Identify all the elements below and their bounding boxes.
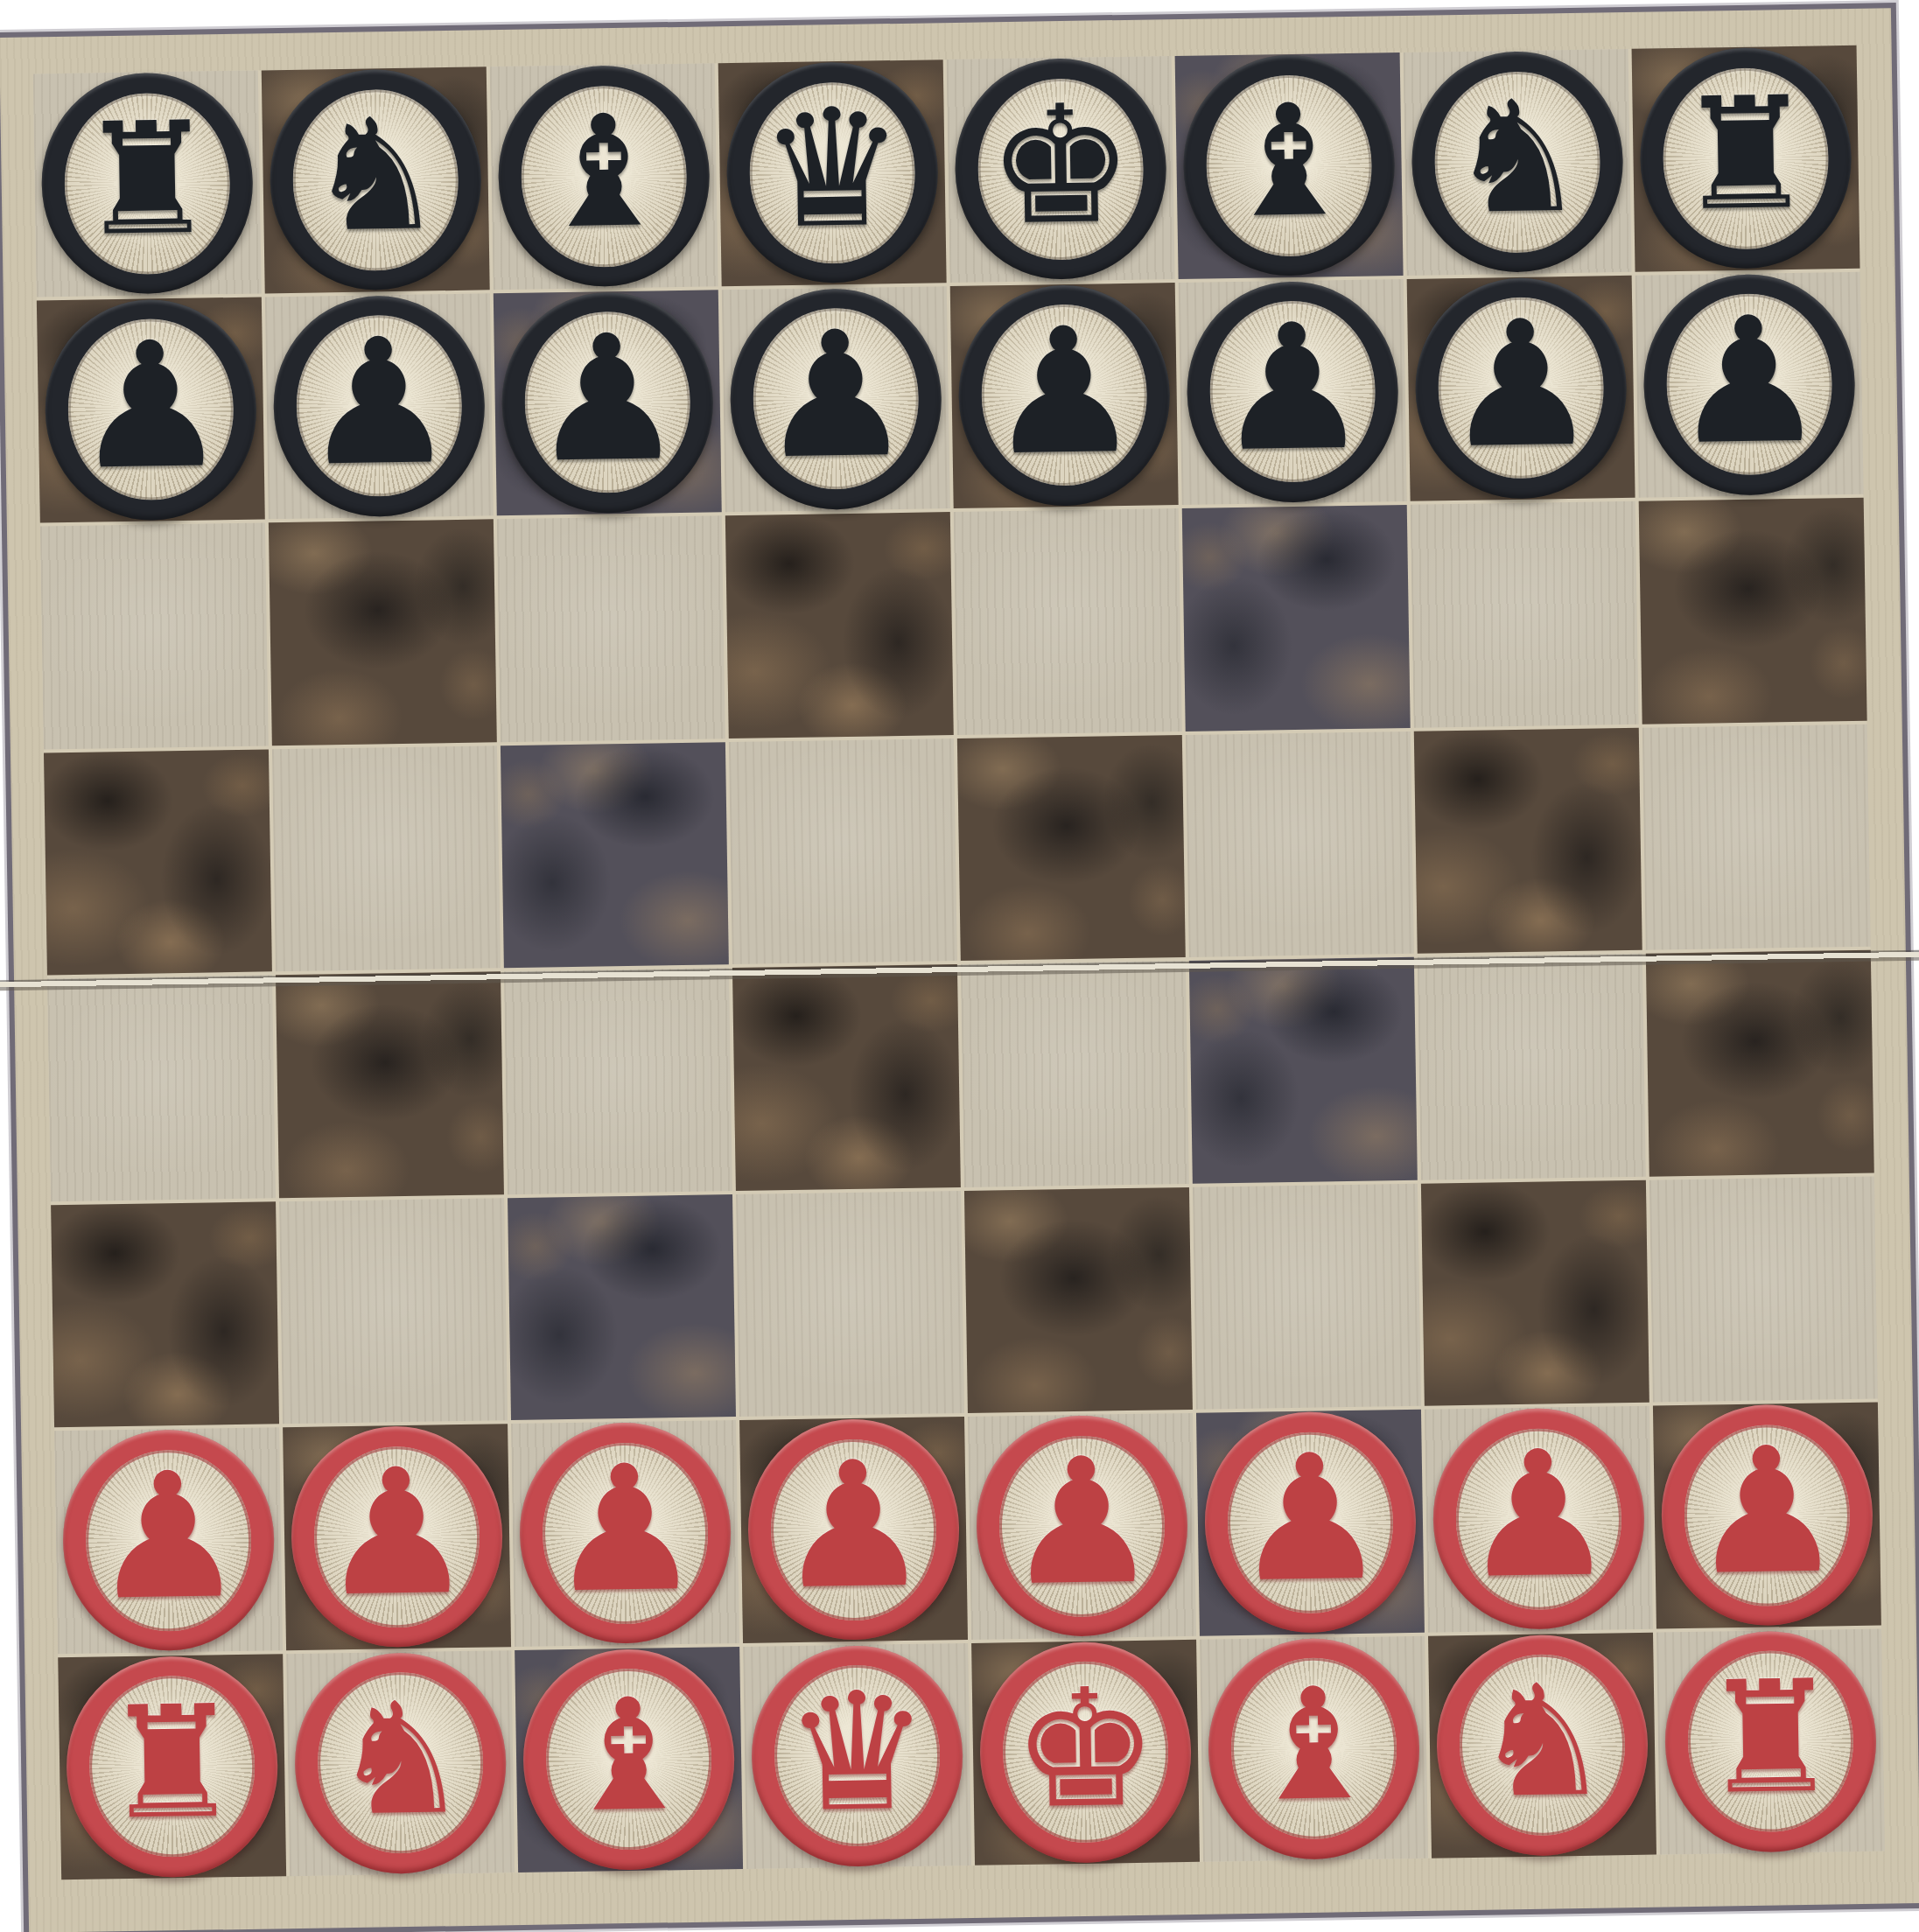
square-h4[interactable] [1646, 950, 1874, 1177]
piece-black-pawn[interactable]: ♟ [272, 294, 487, 518]
red-queen-icon: ♛ [783, 1669, 932, 1835]
disc-sunburst-face: ♜ [1687, 1650, 1855, 1834]
square-b3[interactable] [279, 1198, 508, 1424]
square-a8[interactable]: ♜ [33, 70, 262, 297]
piece-black-pawn[interactable]: ♟ [956, 283, 1172, 507]
disc-sunburst-face: ♟ [980, 304, 1148, 487]
piece-red-rook[interactable]: ♜ [1663, 1629, 1879, 1853]
photo-background: ♜♞♝♛♚♝♞♜♟♟♟♟♟♟♟♟♟♟♟♟♟♟♟♟♜♞♝♛♚♝♞♜ [0, 0, 1919, 1932]
square-e5[interactable] [957, 734, 1186, 961]
square-a2[interactable]: ♟ [54, 1427, 283, 1654]
square-b8[interactable]: ♞ [262, 66, 490, 293]
piece-red-king[interactable]: ♚ [978, 1641, 1194, 1865]
piece-black-pawn[interactable]: ♟ [500, 290, 715, 514]
disc-sunburst-face: ♟ [1227, 1431, 1395, 1614]
square-g5[interactable] [1414, 727, 1642, 954]
square-f5[interactable] [1186, 731, 1414, 957]
red-rook-icon: ♜ [102, 1685, 242, 1841]
square-d5[interactable] [729, 738, 957, 965]
piece-red-bishop[interactable]: ♝ [522, 1648, 737, 1872]
piece-black-king[interactable]: ♚ [953, 57, 1168, 281]
disc-sunburst-face: ♞ [1459, 1654, 1627, 1837]
disc-sunburst-face: ♞ [1433, 70, 1601, 254]
red-pawn-icon: ♟ [774, 1438, 933, 1614]
square-b4[interactable] [276, 971, 504, 1198]
red-pawn-icon: ♟ [318, 1445, 476, 1621]
square-d4[interactable] [732, 964, 961, 1191]
square-h6[interactable] [1639, 498, 1867, 724]
square-b5[interactable] [272, 745, 501, 972]
black-pawn-icon: ♟ [1670, 293, 1829, 469]
red-pawn-icon: ♟ [1003, 1435, 1161, 1611]
disc-sunburst-face: ♟ [752, 307, 920, 491]
black-knight-icon: ♞ [305, 98, 446, 254]
disc-sunburst-face: ♟ [85, 1449, 253, 1633]
black-pawn-icon: ♟ [985, 304, 1144, 479]
piece-red-pawn[interactable]: ♟ [1203, 1410, 1418, 1634]
piece-black-bishop[interactable]: ♝ [1181, 53, 1397, 277]
square-g7[interactable]: ♟ [1407, 275, 1635, 501]
disc-sunburst-face: ♜ [63, 92, 231, 276]
disc-sunburst-face: ♟ [1437, 297, 1605, 480]
disc-sunburst-face: ♝ [1230, 1657, 1398, 1841]
square-h7[interactable]: ♟ [1635, 271, 1864, 498]
square-d3[interactable] [736, 1191, 964, 1417]
disc-sunburst-face: ♟ [523, 311, 691, 494]
square-f2[interactable]: ♟ [1196, 1410, 1425, 1636]
square-f3[interactable] [1193, 1183, 1421, 1410]
square-c5[interactable] [501, 742, 729, 969]
piece-red-pawn[interactable]: ♟ [1660, 1403, 1875, 1627]
disc-sunburst-face: ♝ [545, 1668, 713, 1851]
square-c7[interactable]: ♟ [494, 290, 722, 516]
square-b1[interactable]: ♞ [286, 1650, 515, 1877]
piece-red-pawn[interactable]: ♟ [1432, 1407, 1647, 1631]
piece-red-queen[interactable]: ♛ [750, 1644, 965, 1868]
square-d2[interactable]: ♟ [739, 1417, 968, 1643]
square-g1[interactable]: ♞ [1428, 1632, 1656, 1858]
piece-red-bishop[interactable]: ♝ [1207, 1637, 1422, 1861]
square-h8[interactable]: ♜ [1632, 45, 1860, 272]
square-d1[interactable]: ♛ [743, 1642, 971, 1869]
red-pawn-icon: ♟ [1231, 1431, 1390, 1607]
red-king-icon: ♚ [1012, 1666, 1160, 1831]
square-c4[interactable] [504, 968, 732, 1194]
disc-sunburst-face: ♚ [1002, 1661, 1170, 1844]
square-e3[interactable] [964, 1186, 1193, 1413]
disc-sunburst-face: ♜ [1662, 66, 1830, 250]
disc-sunburst-face: ♟ [1208, 300, 1376, 484]
black-bishop-icon: ♝ [1219, 84, 1360, 240]
piece-black-pawn[interactable]: ♟ [44, 297, 259, 521]
disc-sunburst-face: ♞ [317, 1671, 485, 1855]
disc-sunburst-face: ♜ [88, 1675, 256, 1858]
black-pawn-icon: ♟ [1214, 300, 1372, 476]
black-bishop-icon: ♝ [534, 94, 675, 250]
square-c2[interactable]: ♟ [511, 1420, 739, 1647]
red-pawn-icon: ♟ [1688, 1424, 1846, 1599]
piece-black-queen[interactable]: ♛ [725, 61, 940, 285]
square-a5[interactable] [44, 749, 272, 976]
square-e2[interactable]: ♟ [968, 1413, 1196, 1640]
disc-sunburst-face: ♟ [998, 1434, 1166, 1618]
piece-red-pawn[interactable]: ♟ [61, 1429, 277, 1653]
piece-red-pawn[interactable]: ♟ [518, 1421, 733, 1645]
disc-sunburst-face: ♟ [67, 318, 235, 501]
disc-sunburst-face: ♚ [977, 78, 1145, 262]
square-c6[interactable] [497, 515, 725, 742]
square-g2[interactable]: ♟ [1425, 1406, 1653, 1633]
square-f8[interactable]: ♝ [1175, 52, 1404, 279]
square-h2[interactable]: ♟ [1653, 1403, 1881, 1629]
square-f7[interactable]: ♟ [1179, 278, 1407, 505]
square-b6[interactable] [269, 519, 497, 745]
black-pawn-icon: ♟ [1442, 297, 1600, 472]
disc-sunburst-face: ♟ [1455, 1427, 1623, 1611]
square-c8[interactable]: ♝ [490, 63, 718, 290]
red-pawn-icon: ♟ [546, 1442, 704, 1618]
red-bishop-icon: ♝ [558, 1678, 699, 1834]
square-b2[interactable]: ♟ [283, 1424, 511, 1650]
square-e4[interactable] [961, 961, 1189, 1187]
square-h5[interactable] [1642, 724, 1871, 950]
black-rook-icon: ♜ [77, 101, 218, 257]
square-g8[interactable]: ♞ [1404, 49, 1632, 276]
disc-sunburst-face: ♟ [542, 1442, 710, 1626]
square-e7[interactable]: ♟ [950, 283, 1179, 509]
square-d8[interactable]: ♛ [718, 59, 947, 286]
black-king-icon: ♚ [986, 83, 1135, 248]
square-f6[interactable] [1182, 505, 1411, 731]
red-knight-icon: ♞ [1472, 1663, 1613, 1819]
piece-red-pawn[interactable]: ♟ [746, 1417, 962, 1641]
piece-red-pawn[interactable]: ♟ [290, 1425, 505, 1649]
piece-black-knight[interactable]: ♞ [1410, 50, 1625, 274]
red-pawn-icon: ♟ [89, 1449, 248, 1625]
square-g3[interactable] [1421, 1179, 1649, 1406]
piece-black-rook[interactable]: ♜ [1638, 46, 1853, 270]
black-pawn-icon: ♟ [529, 311, 687, 487]
square-f4[interactable] [1189, 957, 1418, 1184]
disc-sunburst-face: ♟ [1665, 293, 1833, 477]
disc-sunburst-face: ♟ [313, 1445, 481, 1629]
piece-black-knight[interactable]: ♞ [268, 68, 483, 292]
disc-sunburst-face: ♛ [774, 1664, 942, 1848]
red-bishop-icon: ♝ [1243, 1667, 1384, 1823]
square-d6[interactable] [725, 512, 954, 738]
square-f1[interactable]: ♝ [1200, 1635, 1428, 1862]
piece-black-pawn[interactable]: ♟ [728, 287, 943, 511]
piece-red-knight[interactable]: ♞ [293, 1651, 508, 1875]
square-h1[interactable]: ♜ [1656, 1628, 1885, 1855]
piece-red-pawn[interactable]: ♟ [975, 1414, 1190, 1638]
black-pawn-icon: ♟ [757, 307, 915, 483]
piece-red-rook[interactable]: ♜ [65, 1655, 280, 1879]
red-pawn-icon: ♟ [1460, 1428, 1618, 1604]
disc-sunburst-face: ♟ [770, 1438, 938, 1621]
square-e8[interactable]: ♚ [947, 56, 1175, 283]
disc-sunburst-face: ♝ [520, 85, 688, 269]
black-queen-icon: ♛ [758, 87, 907, 252]
square-a1[interactable]: ♜ [58, 1654, 286, 1880]
square-a3[interactable] [51, 1201, 279, 1428]
square-h3[interactable] [1649, 1176, 1878, 1403]
piece-black-pawn[interactable]: ♟ [1185, 280, 1400, 504]
piece-black-bishop[interactable]: ♝ [496, 65, 711, 289]
red-knight-icon: ♞ [330, 1682, 471, 1837]
disc-sunburst-face: ♟ [1684, 1424, 1852, 1607]
piece-red-knight[interactable]: ♞ [1435, 1634, 1650, 1858]
square-c3[interactable] [508, 1194, 736, 1421]
black-knight-icon: ♞ [1447, 80, 1588, 236]
black-pawn-icon: ♟ [300, 315, 459, 491]
square-c1[interactable]: ♝ [515, 1647, 743, 1873]
disc-sunburst-face: ♟ [295, 314, 463, 498]
piece-black-rook[interactable]: ♜ [39, 72, 255, 296]
red-rook-icon: ♜ [1700, 1660, 1841, 1816]
square-d7[interactable]: ♟ [722, 286, 950, 513]
disc-sunburst-face: ♞ [291, 88, 459, 272]
square-a6[interactable] [40, 522, 269, 749]
square-g6[interactable] [1411, 501, 1639, 728]
square-e6[interactable] [954, 508, 1182, 735]
chess-board: ♜♞♝♛♚♝♞♜♟♟♟♟♟♟♟♟♟♟♟♟♟♟♟♟♜♞♝♛♚♝♞♜ [0, 8, 1919, 1932]
square-a7[interactable]: ♟ [37, 297, 265, 523]
black-rook-icon: ♜ [1676, 77, 1817, 233]
disc-sunburst-face: ♝ [1205, 73, 1373, 257]
square-g4[interactable] [1418, 954, 1646, 1180]
black-pawn-icon: ♟ [72, 318, 230, 494]
disc-sunburst-face: ♛ [748, 81, 916, 265]
square-e1[interactable]: ♚ [971, 1639, 1200, 1865]
square-a4[interactable] [47, 975, 276, 1201]
piece-black-pawn[interactable]: ♟ [1642, 273, 1857, 497]
piece-black-pawn[interactable]: ♟ [1413, 276, 1628, 500]
square-b7[interactable]: ♟ [265, 293, 494, 520]
